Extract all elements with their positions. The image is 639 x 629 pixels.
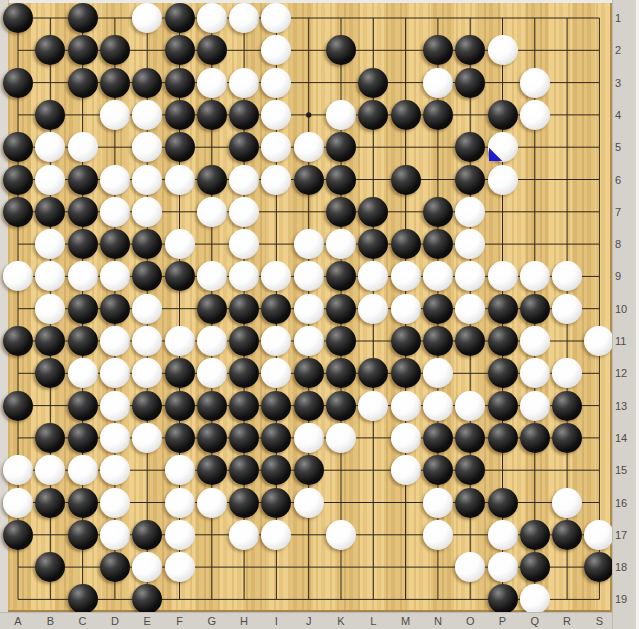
stone-D4-white: [100, 100, 130, 130]
stone-J10-white: [294, 294, 324, 324]
stone-L4-black: [358, 100, 388, 130]
stone-E10-white: [132, 294, 162, 324]
stone-K14-white: [326, 423, 356, 453]
column-label-A: A: [8, 615, 28, 627]
stone-Q9-white: [520, 261, 550, 291]
stone-C1-black: [68, 3, 98, 33]
go-game-screenshot: ABCDEFGHIJKLMNOPQRS 12345678910111213141…: [0, 0, 639, 629]
stone-N16-white: [423, 488, 453, 518]
stone-E4-white: [132, 100, 162, 130]
stone-C14-black: [68, 423, 98, 453]
stone-M11-black: [391, 326, 421, 356]
stone-D7-white: [100, 197, 130, 227]
stone-F11-white: [165, 326, 195, 356]
stone-Q12-white: [520, 358, 550, 388]
stone-S17-white: [584, 520, 614, 550]
stone-C17-black: [68, 520, 98, 550]
stone-C9-white: [68, 261, 98, 291]
column-label-H: H: [234, 615, 254, 627]
stone-M14-white: [391, 423, 421, 453]
row-label-8: 8: [615, 238, 635, 250]
stone-F15-white: [165, 455, 195, 485]
stone-R10-white: [552, 294, 582, 324]
row-label-14: 14: [615, 432, 635, 444]
stone-I3-white: [261, 68, 291, 98]
stone-A1-black: [3, 3, 33, 33]
stone-F13-black: [165, 391, 195, 421]
stone-H1-white: [229, 3, 259, 33]
stone-K8-white: [326, 229, 356, 259]
stone-Q3-white: [520, 68, 550, 98]
stone-I16-black: [261, 488, 291, 518]
stone-F5-black: [165, 132, 195, 162]
stone-F14-black: [165, 423, 195, 453]
stone-G16-white: [197, 488, 227, 518]
stone-K5-black: [326, 132, 356, 162]
stone-O7-white: [455, 197, 485, 227]
stone-Q19-white: [520, 584, 550, 614]
stone-Q10-black: [520, 294, 550, 324]
stone-F12-black: [165, 358, 195, 388]
stone-G11-white: [197, 326, 227, 356]
stone-D17-white: [100, 520, 130, 550]
stone-D11-white: [100, 326, 130, 356]
stone-R13-black: [552, 391, 582, 421]
stone-P14-black: [488, 423, 518, 453]
stone-F6-white: [165, 165, 195, 195]
stone-C11-black: [68, 326, 98, 356]
column-label-O: O: [460, 615, 480, 627]
column-label-J: J: [299, 615, 319, 627]
stone-P12-black: [488, 358, 518, 388]
stone-L13-white: [358, 391, 388, 421]
stone-L3-black: [358, 68, 388, 98]
stone-O14-black: [455, 423, 485, 453]
stone-R14-black: [552, 423, 582, 453]
stone-N17-white: [423, 520, 453, 550]
stone-H14-black: [229, 423, 259, 453]
stone-E7-white: [132, 197, 162, 227]
row-label-4: 4: [615, 109, 635, 121]
stone-E11-white: [132, 326, 162, 356]
stone-C3-black: [68, 68, 98, 98]
stone-H17-white: [229, 520, 259, 550]
column-label-L: L: [363, 615, 383, 627]
stone-A17-black: [3, 520, 33, 550]
stone-K17-white: [326, 520, 356, 550]
row-label-1: 1: [615, 12, 635, 24]
stone-O6-black: [455, 165, 485, 195]
column-label-D: D: [105, 615, 125, 627]
stone-P10-black: [488, 294, 518, 324]
stone-J12-black: [294, 358, 324, 388]
stone-A3-black: [3, 68, 33, 98]
stone-A7-black: [3, 197, 33, 227]
stone-G12-white: [197, 358, 227, 388]
stone-D10-black: [100, 294, 130, 324]
stone-F2-black: [165, 35, 195, 65]
row-label-12: 12: [615, 367, 635, 379]
stone-J14-white: [294, 423, 324, 453]
row-label-9: 9: [615, 270, 635, 282]
row-label-2: 2: [615, 44, 635, 56]
stone-D18-black: [100, 552, 130, 582]
stone-F8-white: [165, 229, 195, 259]
stone-F1-black: [165, 3, 195, 33]
stone-C16-black: [68, 488, 98, 518]
stone-L10-white: [358, 294, 388, 324]
stone-D15-white: [100, 455, 130, 485]
stone-C12-white: [68, 358, 98, 388]
stone-L7-black: [358, 197, 388, 227]
stone-B14-black: [35, 423, 65, 453]
stone-B4-black: [35, 100, 65, 130]
row-label-5: 5: [615, 141, 635, 153]
stone-B16-black: [35, 488, 65, 518]
stone-I13-black: [261, 391, 291, 421]
stone-H11-black: [229, 326, 259, 356]
stone-O13-white: [455, 391, 485, 421]
stone-F17-white: [165, 520, 195, 550]
row-label-11: 11: [615, 335, 635, 347]
stone-D14-white: [100, 423, 130, 453]
stone-G14-black: [197, 423, 227, 453]
column-label-C: C: [73, 615, 93, 627]
stone-O10-white: [455, 294, 485, 324]
stone-Q13-white: [520, 391, 550, 421]
stone-G15-black: [197, 455, 227, 485]
stone-J8-white: [294, 229, 324, 259]
stone-K4-white: [326, 100, 356, 130]
stone-F16-white: [165, 488, 195, 518]
stone-J13-black: [294, 391, 324, 421]
stone-D6-white: [100, 165, 130, 195]
row-label-16: 16: [615, 497, 635, 509]
stone-F18-white: [165, 552, 195, 582]
column-label-B: B: [40, 615, 60, 627]
column-label-G: G: [202, 615, 222, 627]
stone-H8-white: [229, 229, 259, 259]
stone-F3-black: [165, 68, 195, 98]
stone-A16-white: [3, 488, 33, 518]
stone-H6-white: [229, 165, 259, 195]
stone-A6-black: [3, 165, 33, 195]
last-move-marker: [489, 147, 503, 161]
stone-G6-black: [197, 165, 227, 195]
stone-D13-white: [100, 391, 130, 421]
stone-G13-black: [197, 391, 227, 421]
stone-H7-white: [229, 197, 259, 227]
stone-J6-black: [294, 165, 324, 195]
stone-P5-white: [488, 132, 518, 162]
stone-E6-white: [132, 165, 162, 195]
stone-D8-black: [100, 229, 130, 259]
stone-K6-black: [326, 165, 356, 195]
column-label-Q: Q: [525, 615, 545, 627]
column-label-F: F: [170, 615, 190, 627]
stone-D3-black: [100, 68, 130, 98]
stone-O11-black: [455, 326, 485, 356]
stone-N8-black: [423, 229, 453, 259]
stone-C19-black: [68, 584, 98, 614]
stone-E17-black: [132, 520, 162, 550]
stone-Q11-white: [520, 326, 550, 356]
stone-J15-black: [294, 455, 324, 485]
stone-A15-white: [3, 455, 33, 485]
column-label-N: N: [428, 615, 448, 627]
stone-H13-black: [229, 391, 259, 421]
stone-R17-black: [552, 520, 582, 550]
stone-N3-white: [423, 68, 453, 98]
row-label-19: 19: [615, 593, 635, 605]
stone-J16-white: [294, 488, 324, 518]
stone-C15-white: [68, 455, 98, 485]
stone-I10-black: [261, 294, 291, 324]
stone-C6-black: [68, 165, 98, 195]
stone-H4-black: [229, 100, 259, 130]
stone-K7-black: [326, 197, 356, 227]
stone-N12-white: [423, 358, 453, 388]
stone-G9-white: [197, 261, 227, 291]
stone-I6-white: [261, 165, 291, 195]
stone-P2-white: [488, 35, 518, 65]
stone-G3-white: [197, 68, 227, 98]
stone-C5-white: [68, 132, 98, 162]
stone-P19-black: [488, 584, 518, 614]
stone-M10-white: [391, 294, 421, 324]
stone-A13-black: [3, 391, 33, 421]
stone-B6-white: [35, 165, 65, 195]
column-label-R: R: [557, 615, 577, 627]
stone-B7-black: [35, 197, 65, 227]
stone-P16-black: [488, 488, 518, 518]
stone-G1-white: [197, 3, 227, 33]
stone-D2-black: [100, 35, 130, 65]
stone-Q4-white: [520, 100, 550, 130]
stone-O16-black: [455, 488, 485, 518]
stone-A11-black: [3, 326, 33, 356]
row-label-3: 3: [615, 77, 635, 89]
column-label-I: I: [266, 615, 286, 627]
row-label-18: 18: [615, 561, 635, 573]
stone-M6-black: [391, 165, 421, 195]
stone-G10-black: [197, 294, 227, 324]
stone-H10-black: [229, 294, 259, 324]
stone-K11-black: [326, 326, 356, 356]
row-label-10: 10: [615, 303, 635, 315]
stone-P11-black: [488, 326, 518, 356]
stone-R16-white: [552, 488, 582, 518]
stone-A5-black: [3, 132, 33, 162]
stone-Q17-black: [520, 520, 550, 550]
stone-N2-black: [423, 35, 453, 65]
stone-M12-black: [391, 358, 421, 388]
stone-C10-black: [68, 294, 98, 324]
stone-C2-black: [68, 35, 98, 65]
stone-M4-black: [391, 100, 421, 130]
stone-N4-black: [423, 100, 453, 130]
stone-N11-black: [423, 326, 453, 356]
stone-M9-white: [391, 261, 421, 291]
stone-P9-white: [488, 261, 518, 291]
column-label-M: M: [396, 615, 416, 627]
stone-G2-black: [197, 35, 227, 65]
stone-P13-black: [488, 391, 518, 421]
column-label-K: K: [331, 615, 351, 627]
stone-E13-black: [132, 391, 162, 421]
stone-G4-black: [197, 100, 227, 130]
stone-P6-white: [488, 165, 518, 195]
row-label-6: 6: [615, 174, 635, 186]
stone-J9-white: [294, 261, 324, 291]
stone-F4-black: [165, 100, 195, 130]
stone-P17-white: [488, 520, 518, 550]
stone-H16-black: [229, 488, 259, 518]
stone-K13-black: [326, 391, 356, 421]
stone-N14-black: [423, 423, 453, 453]
row-label-7: 7: [615, 206, 635, 218]
stone-E3-black: [132, 68, 162, 98]
stone-O3-black: [455, 68, 485, 98]
stone-P18-white: [488, 552, 518, 582]
row-label-15: 15: [615, 464, 635, 476]
stone-D16-white: [100, 488, 130, 518]
stone-N10-black: [423, 294, 453, 324]
stone-C7-black: [68, 197, 98, 227]
stone-M13-white: [391, 391, 421, 421]
column-label-P: P: [493, 615, 513, 627]
stone-I17-white: [261, 520, 291, 550]
stone-N15-black: [423, 455, 453, 485]
column-label-E: E: [137, 615, 157, 627]
stone-B10-white: [35, 294, 65, 324]
stone-P4-black: [488, 100, 518, 130]
column-label-S: S: [589, 615, 609, 627]
row-label-17: 17: [615, 529, 635, 541]
stone-C13-black: [68, 391, 98, 421]
stone-M15-white: [391, 455, 421, 485]
stone-N13-white: [423, 391, 453, 421]
stone-D12-white: [100, 358, 130, 388]
stone-M8-black: [391, 229, 421, 259]
stone-E1-white: [132, 3, 162, 33]
stone-C8-black: [68, 229, 98, 259]
stone-H3-white: [229, 68, 259, 98]
stone-Q18-black: [520, 552, 550, 582]
stone-J5-white: [294, 132, 324, 162]
stone-G7-white: [197, 197, 227, 227]
stone-F9-black: [165, 261, 195, 291]
stone-J11-white: [294, 326, 324, 356]
stone-E14-white: [132, 423, 162, 453]
stone-N7-black: [423, 197, 453, 227]
stone-Q14-black: [520, 423, 550, 453]
stone-K10-black: [326, 294, 356, 324]
row-label-13: 13: [615, 400, 635, 412]
